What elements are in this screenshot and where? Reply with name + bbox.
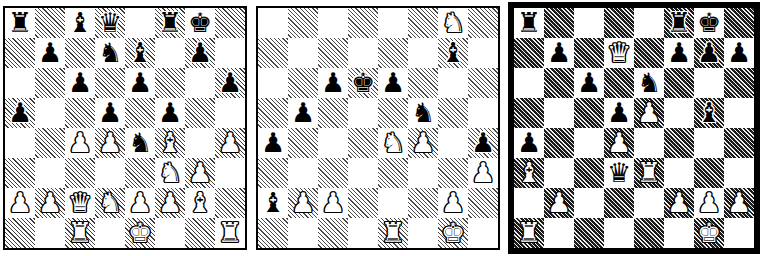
square-c1: ♜: [65, 218, 95, 248]
square-g3: [694, 158, 724, 188]
square-c6: ♟: [318, 68, 348, 98]
white-knight: ♞: [441, 8, 465, 38]
square-h7: [468, 38, 498, 68]
square-g7: ♝: [438, 38, 468, 68]
square-h5: [215, 98, 245, 128]
square-a3: [5, 158, 35, 188]
square-e6: ♟: [125, 68, 155, 98]
square-g8: ♚: [185, 8, 215, 38]
square-b2: ♟: [288, 188, 318, 218]
square-b6: [35, 68, 65, 98]
white-knight: ♞: [381, 128, 405, 158]
square-b4: [288, 128, 318, 158]
square-c2: ♛: [65, 188, 95, 218]
black-pawn: ♟: [517, 128, 541, 158]
square-b1: [544, 218, 574, 248]
square-f1: [155, 218, 185, 248]
square-h4: ♟: [468, 128, 498, 158]
square-g3: [438, 158, 468, 188]
square-h3: [724, 158, 754, 188]
black-pawn: ♟: [321, 68, 345, 98]
square-f8: [408, 8, 438, 38]
square-d3: ♛: [604, 158, 634, 188]
black-pawn: ♟: [38, 38, 62, 68]
black-bishop: ♝: [128, 38, 152, 68]
square-a1: [258, 218, 288, 248]
square-d5: ♟: [604, 98, 634, 128]
white-queen: ♛: [68, 188, 92, 218]
square-a4: ♟: [258, 128, 288, 158]
black-knight: ♞: [411, 98, 435, 128]
square-b7: [288, 38, 318, 68]
black-pawn: ♟: [68, 68, 92, 98]
black-knight: ♞: [128, 128, 152, 158]
black-knight: ♞: [98, 38, 122, 68]
square-f7: [408, 38, 438, 68]
square-f7: ♟: [664, 38, 694, 68]
square-a3: [258, 158, 288, 188]
square-f3: [408, 158, 438, 188]
square-d8: [604, 8, 634, 38]
square-h2: ♟: [724, 188, 754, 218]
square-h4: [724, 128, 754, 158]
square-a5: [514, 98, 544, 128]
white-pawn: ♟: [637, 98, 661, 128]
black-pawn: ♟: [547, 38, 571, 68]
square-h8: [468, 8, 498, 38]
square-f5: [664, 98, 694, 128]
square-e3: ♜: [634, 158, 664, 188]
square-d4: ♟: [604, 128, 634, 158]
square-f5: ♟: [155, 98, 185, 128]
square-c8: [574, 8, 604, 38]
square-h7: [215, 38, 245, 68]
white-pawn: ♟: [291, 188, 315, 218]
square-c4: [318, 128, 348, 158]
white-pawn: ♟: [667, 188, 691, 218]
square-e4: ♞: [125, 128, 155, 158]
square-f5: ♞: [408, 98, 438, 128]
square-a4: ♟: [514, 128, 544, 158]
square-g5: [185, 98, 215, 128]
square-f4: ♝: [155, 128, 185, 158]
white-bishop: ♝: [188, 188, 212, 218]
square-e7: ♝: [125, 38, 155, 68]
black-bishop: ♝: [441, 38, 465, 68]
square-f4: ♟: [408, 128, 438, 158]
square-c8: [318, 8, 348, 38]
white-pawn: ♟: [68, 128, 92, 158]
square-g1: [185, 218, 215, 248]
white-pawn: ♟: [411, 128, 435, 158]
square-g4: [694, 128, 724, 158]
square-h6: [724, 68, 754, 98]
square-d7: ♞: [95, 38, 125, 68]
square-d6: ♚: [348, 68, 378, 98]
white-pawn: ♟: [128, 188, 152, 218]
black-pawn: ♟: [158, 98, 182, 128]
square-d6: [95, 68, 125, 98]
square-g2: ♟: [438, 188, 468, 218]
square-d2: [348, 188, 378, 218]
square-b2: ♟: [35, 188, 65, 218]
black-king: ♚: [188, 8, 212, 38]
square-f3: [664, 158, 694, 188]
black-pawn: ♟: [188, 38, 212, 68]
black-bishop: ♝: [68, 8, 92, 38]
square-b7: ♟: [544, 38, 574, 68]
black-knight: ♞: [637, 68, 661, 98]
square-f2: [408, 188, 438, 218]
square-a7: [5, 38, 35, 68]
square-c4: ♟: [65, 128, 95, 158]
square-f6: [408, 68, 438, 98]
square-a7: [258, 38, 288, 68]
square-d1: [604, 218, 634, 248]
square-a5: ♟: [5, 98, 35, 128]
square-d8: [348, 8, 378, 38]
square-d7: [348, 38, 378, 68]
square-b3: [544, 158, 574, 188]
square-h7: ♟: [724, 38, 754, 68]
square-h1: [724, 218, 754, 248]
white-queen: ♛: [607, 38, 631, 68]
square-b2: ♟: [544, 188, 574, 218]
black-pawn: ♟: [381, 68, 405, 98]
square-c5: [574, 98, 604, 128]
square-g3: ♟: [185, 158, 215, 188]
square-f6: [155, 68, 185, 98]
black-pawn: ♟: [727, 38, 751, 68]
white-king: ♚: [441, 218, 465, 248]
square-f7: [155, 38, 185, 68]
square-e1: ♚: [125, 218, 155, 248]
black-rook: ♜: [517, 8, 541, 38]
square-g6: [438, 68, 468, 98]
square-d5: [348, 98, 378, 128]
square-d7: ♛: [604, 38, 634, 68]
square-a4: [5, 128, 35, 158]
square-h8: [724, 8, 754, 38]
square-e8: [125, 8, 155, 38]
square-e5: ♟: [634, 98, 664, 128]
square-a5: [258, 98, 288, 128]
square-e1: [634, 218, 664, 248]
square-a2: ♝: [258, 188, 288, 218]
square-g1: ♚: [438, 218, 468, 248]
square-e7: [378, 38, 408, 68]
square-a6: [514, 68, 544, 98]
white-pawn: ♟: [158, 188, 182, 218]
square-e5: [125, 98, 155, 128]
black-pawn: ♟: [218, 68, 242, 98]
black-king: ♚: [351, 68, 375, 98]
black-queen: ♛: [98, 8, 122, 38]
black-rook: ♜: [8, 8, 32, 38]
square-g2: ♟: [694, 188, 724, 218]
square-f3: ♞: [155, 158, 185, 188]
square-d4: [348, 128, 378, 158]
square-h6: ♟: [215, 68, 245, 98]
square-d8: ♛: [95, 8, 125, 38]
square-f1: [664, 218, 694, 248]
square-b5: [35, 98, 65, 128]
square-h3: [215, 158, 245, 188]
square-c3: [318, 158, 348, 188]
square-e1: ♜: [378, 218, 408, 248]
square-g5: [438, 98, 468, 128]
white-pawn: ♟: [441, 188, 465, 218]
black-pawn: ♟: [98, 98, 122, 128]
white-knight: ♞: [98, 188, 122, 218]
square-e4: ♞: [378, 128, 408, 158]
square-d1: [95, 218, 125, 248]
square-a1: [5, 218, 35, 248]
square-h2: [468, 188, 498, 218]
chess-diagram-strip: ♜♝♛♜♚♟♞♝♟♟♟♟♟♟♟♟♟♞♝♟♞♟♟♟♛♞♟♟♝♜♚♜♞♝♟♚♟♟♞♟…: [0, 0, 768, 256]
square-d3: [348, 158, 378, 188]
square-h1: ♜: [215, 218, 245, 248]
black-pawn: ♟: [577, 68, 601, 98]
black-queen: ♛: [607, 158, 631, 188]
square-a6: [258, 68, 288, 98]
square-b8: [288, 8, 318, 38]
square-a8: ♜: [5, 8, 35, 38]
square-f1: [408, 218, 438, 248]
black-rook: ♜: [158, 8, 182, 38]
square-b1: [35, 218, 65, 248]
white-pawn: ♟: [697, 188, 721, 218]
white-king: ♚: [128, 218, 152, 248]
square-g7: ♟: [694, 38, 724, 68]
square-b8: [544, 8, 574, 38]
black-pawn: ♟: [607, 98, 631, 128]
white-pawn: ♟: [321, 188, 345, 218]
white-rook: ♜: [381, 218, 405, 248]
black-pawn: ♟: [697, 38, 721, 68]
square-d5: ♟: [95, 98, 125, 128]
square-c1: [318, 218, 348, 248]
black-bishop: ♝: [261, 188, 285, 218]
square-e3: [125, 158, 155, 188]
square-d2: [604, 188, 634, 218]
square-a8: ♜: [514, 8, 544, 38]
chess-board-center-diagram: ♞♝♟♚♟♟♞♟♞♟♟♟♝♟♟♟♜♚: [256, 6, 500, 250]
square-f2: ♟: [155, 188, 185, 218]
square-g8: ♚: [694, 8, 724, 38]
square-b4: [544, 128, 574, 158]
square-e2: [634, 188, 664, 218]
square-f8: ♜: [155, 8, 185, 38]
white-bishop: ♝: [158, 128, 182, 158]
square-g5: ♝: [694, 98, 724, 128]
white-pawn: ♟: [98, 128, 122, 158]
white-pawn: ♟: [188, 158, 212, 188]
white-pawn: ♟: [727, 188, 751, 218]
square-a1: ♜: [514, 218, 544, 248]
square-b6: [544, 68, 574, 98]
square-f4: [664, 128, 694, 158]
square-c6: ♟: [65, 68, 95, 98]
square-c7: [318, 38, 348, 68]
square-c3: [574, 158, 604, 188]
chess-board-right-diagram: ♜♜♚♟♛♟♟♟♟♞♟♟♝♟♟♝♛♜♟♟♟♟♜♚: [509, 3, 759, 253]
square-d3: [95, 158, 125, 188]
square-a2: ♟: [5, 188, 35, 218]
white-rook: ♜: [218, 218, 242, 248]
square-h1: [468, 218, 498, 248]
square-b6: [288, 68, 318, 98]
square-c7: [65, 38, 95, 68]
square-h3: ♟: [468, 158, 498, 188]
square-e5: [378, 98, 408, 128]
white-pawn: ♟: [38, 188, 62, 218]
square-g6: [694, 68, 724, 98]
white-bishop: ♝: [517, 158, 541, 188]
white-pawn: ♟: [8, 188, 32, 218]
square-c8: ♝: [65, 8, 95, 38]
square-h5: [724, 98, 754, 128]
white-rook: ♜: [637, 158, 661, 188]
square-c5: [318, 98, 348, 128]
square-c1: [574, 218, 604, 248]
square-h4: ♟: [215, 128, 245, 158]
square-g7: ♟: [185, 38, 215, 68]
white-pawn: ♟: [471, 158, 495, 188]
square-a2: [514, 188, 544, 218]
square-e2: ♟: [125, 188, 155, 218]
square-b8: [35, 8, 65, 38]
white-pawn: ♟: [218, 128, 242, 158]
square-e4: [634, 128, 664, 158]
white-rook: ♜: [68, 218, 92, 248]
square-f6: [664, 68, 694, 98]
square-a7: [514, 38, 544, 68]
black-pawn: ♟: [128, 68, 152, 98]
square-d1: [348, 218, 378, 248]
square-c2: [574, 188, 604, 218]
square-e6: ♞: [634, 68, 664, 98]
square-g2: ♝: [185, 188, 215, 218]
square-a3: ♝: [514, 158, 544, 188]
square-b3: [35, 158, 65, 188]
square-e6: ♟: [378, 68, 408, 98]
square-c2: ♟: [318, 188, 348, 218]
square-d2: ♞: [95, 188, 125, 218]
white-rook: ♜: [517, 218, 541, 248]
square-e3: [378, 158, 408, 188]
square-c4: [574, 128, 604, 158]
square-f2: ♟: [664, 188, 694, 218]
black-king: ♚: [697, 8, 721, 38]
black-pawn: ♟: [8, 98, 32, 128]
black-pawn: ♟: [261, 128, 285, 158]
square-b4: [35, 128, 65, 158]
square-f8: ♜: [664, 8, 694, 38]
square-b3: [288, 158, 318, 188]
white-knight: ♞: [158, 158, 182, 188]
square-g1: ♚: [694, 218, 724, 248]
square-b5: [544, 98, 574, 128]
square-h5: [468, 98, 498, 128]
square-h2: [215, 188, 245, 218]
square-h6: [468, 68, 498, 98]
square-b5: ♟: [288, 98, 318, 128]
square-d4: ♟: [95, 128, 125, 158]
square-c6: ♟: [574, 68, 604, 98]
square-h8: [215, 8, 245, 38]
square-e8: [634, 8, 664, 38]
black-pawn: ♟: [291, 98, 315, 128]
square-e7: [634, 38, 664, 68]
black-rook: ♜: [667, 8, 691, 38]
white-pawn: ♟: [607, 128, 631, 158]
square-g8: ♞: [438, 8, 468, 38]
square-a6: [5, 68, 35, 98]
white-king: ♚: [697, 218, 721, 248]
square-e2: [378, 188, 408, 218]
square-d6: [604, 68, 634, 98]
square-g4: [438, 128, 468, 158]
square-e8: [378, 8, 408, 38]
square-c7: [574, 38, 604, 68]
square-b7: ♟: [35, 38, 65, 68]
black-bishop: ♝: [697, 98, 721, 128]
white-pawn: ♟: [547, 188, 571, 218]
square-c5: [65, 98, 95, 128]
square-b1: [288, 218, 318, 248]
chess-board-left-diagram: ♜♝♛♜♚♟♞♝♟♟♟♟♟♟♟♟♟♞♝♟♞♟♟♟♛♞♟♟♝♜♚♜: [3, 6, 247, 250]
square-a8: [258, 8, 288, 38]
black-pawn: ♟: [471, 128, 495, 158]
square-g4: [185, 128, 215, 158]
square-g6: [185, 68, 215, 98]
square-c3: [65, 158, 95, 188]
black-pawn: ♟: [667, 38, 691, 68]
